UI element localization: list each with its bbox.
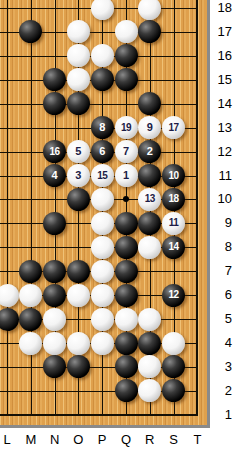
move-number: 14 bbox=[169, 242, 179, 252]
stone-black[interactable] bbox=[43, 284, 66, 307]
stone-black[interactable] bbox=[67, 188, 90, 211]
move-number: 6 bbox=[99, 146, 105, 157]
row-label-11: 11 bbox=[210, 168, 232, 184]
move-9-stone-white[interactable]: 9 bbox=[138, 116, 161, 139]
stone-black[interactable] bbox=[115, 212, 138, 235]
stone-black[interactable] bbox=[115, 44, 138, 67]
col-label-N: N bbox=[45, 432, 65, 448]
row-label-8: 8 bbox=[210, 239, 232, 255]
move-2-stone-black[interactable]: 2 bbox=[138, 140, 161, 163]
stone-white[interactable] bbox=[115, 20, 138, 43]
move-14-stone-black[interactable]: 14 bbox=[162, 236, 185, 259]
move-number: 10 bbox=[169, 171, 179, 181]
move-10-stone-black[interactable]: 10 bbox=[162, 164, 185, 187]
move-12-stone-black[interactable]: 12 bbox=[162, 284, 185, 307]
stone-black[interactable] bbox=[138, 92, 161, 115]
col-label-S: S bbox=[164, 432, 184, 448]
stone-black[interactable] bbox=[138, 20, 161, 43]
row-label-4: 4 bbox=[210, 335, 232, 351]
move-15-stone-white[interactable]: 15 bbox=[91, 164, 114, 187]
col-label-M: M bbox=[21, 432, 41, 448]
stone-black[interactable] bbox=[67, 355, 90, 378]
stone-white[interactable] bbox=[67, 44, 90, 67]
stone-white[interactable] bbox=[43, 308, 66, 331]
stone-white[interactable] bbox=[19, 284, 42, 307]
stone-white[interactable] bbox=[138, 236, 161, 259]
stone-black[interactable] bbox=[43, 260, 66, 283]
row-label-13: 13 bbox=[210, 120, 232, 136]
stone-black[interactable] bbox=[115, 284, 138, 307]
stone-black[interactable] bbox=[19, 308, 42, 331]
stone-black[interactable] bbox=[19, 260, 42, 283]
move-4-stone-black[interactable]: 4 bbox=[43, 164, 66, 187]
move-number: 5 bbox=[75, 146, 81, 157]
row-label-1: 1 bbox=[210, 407, 232, 423]
row-label-3: 3 bbox=[210, 359, 232, 375]
stone-black[interactable] bbox=[138, 212, 161, 235]
stone-black[interactable] bbox=[43, 68, 66, 91]
move-number: 8 bbox=[99, 122, 105, 133]
stone-white[interactable] bbox=[91, 236, 114, 259]
move-number: 17 bbox=[169, 123, 179, 133]
stone-black[interactable] bbox=[0, 308, 19, 331]
col-label-Q: Q bbox=[116, 432, 136, 448]
stone-black[interactable] bbox=[115, 68, 138, 91]
stone-white[interactable] bbox=[91, 212, 114, 235]
move-number: 1 bbox=[123, 170, 129, 181]
stone-white[interactable] bbox=[91, 332, 114, 355]
stone-black[interactable] bbox=[138, 164, 161, 187]
move-number: 3 bbox=[75, 170, 81, 181]
row-label-12: 12 bbox=[210, 144, 232, 160]
row-label-9: 9 bbox=[210, 215, 232, 231]
grid-line bbox=[0, 104, 198, 105]
stone-black[interactable] bbox=[138, 332, 161, 355]
move-number: 4 bbox=[52, 170, 58, 181]
stone-black[interactable] bbox=[115, 236, 138, 259]
row-label-2: 2 bbox=[210, 383, 232, 399]
stone-black[interactable] bbox=[67, 92, 90, 115]
go-diagram-window: 81991716567243151101318111412 1817161514… bbox=[0, 0, 236, 452]
stone-white[interactable] bbox=[19, 332, 42, 355]
stone-black[interactable] bbox=[162, 379, 185, 402]
move-8-stone-black[interactable]: 8 bbox=[91, 116, 114, 139]
move-number: 18 bbox=[169, 194, 179, 204]
col-label-T: T bbox=[187, 432, 207, 448]
stone-white[interactable] bbox=[67, 284, 90, 307]
stone-black[interactable] bbox=[67, 260, 90, 283]
row-label-10: 10 bbox=[210, 191, 232, 207]
move-number: 13 bbox=[145, 194, 155, 204]
stone-white[interactable] bbox=[0, 284, 19, 307]
move-number: 9 bbox=[147, 122, 153, 133]
col-label-P: P bbox=[92, 432, 112, 448]
go-board[interactable]: 81991716567243151101318111412 bbox=[0, 0, 210, 428]
grid-line bbox=[196, 0, 198, 416]
row-label-5: 5 bbox=[210, 311, 232, 327]
move-7-stone-white[interactable]: 7 bbox=[115, 140, 138, 163]
stone-white[interactable] bbox=[91, 284, 114, 307]
row-label-14: 14 bbox=[210, 96, 232, 112]
grid-line bbox=[7, 0, 8, 416]
move-16-stone-black[interactable]: 16 bbox=[43, 140, 66, 163]
col-label-O: O bbox=[68, 432, 88, 448]
stone-white[interactable] bbox=[138, 355, 161, 378]
row-label-18: 18 bbox=[210, 0, 232, 16]
stone-white[interactable] bbox=[138, 379, 161, 402]
move-number: 15 bbox=[97, 171, 107, 181]
move-5-stone-white[interactable]: 5 bbox=[67, 140, 90, 163]
move-6-stone-black[interactable]: 6 bbox=[91, 140, 114, 163]
stone-white[interactable] bbox=[43, 332, 66, 355]
move-1-stone-white[interactable]: 1 bbox=[115, 164, 138, 187]
move-11-stone-white[interactable]: 11 bbox=[162, 212, 185, 235]
row-label-7: 7 bbox=[210, 263, 232, 279]
row-label-16: 16 bbox=[210, 48, 232, 64]
move-number: 19 bbox=[121, 123, 131, 133]
row-label-15: 15 bbox=[210, 72, 232, 88]
stone-white[interactable] bbox=[138, 308, 161, 331]
stone-white[interactable] bbox=[91, 260, 114, 283]
move-17-stone-white[interactable]: 17 bbox=[162, 116, 185, 139]
move-19-stone-white[interactable]: 19 bbox=[115, 116, 138, 139]
stone-white[interactable] bbox=[67, 20, 90, 43]
stone-white[interactable] bbox=[138, 0, 161, 20]
row-label-17: 17 bbox=[210, 24, 232, 40]
star-point bbox=[123, 196, 129, 202]
move-18-stone-black[interactable]: 18 bbox=[162, 188, 185, 211]
stone-white[interactable] bbox=[162, 332, 185, 355]
stone-black[interactable] bbox=[19, 20, 42, 43]
move-number: 12 bbox=[169, 290, 179, 300]
move-number: 7 bbox=[123, 146, 129, 157]
move-13-stone-white[interactable]: 13 bbox=[138, 188, 161, 211]
move-3-stone-white[interactable]: 3 bbox=[67, 164, 90, 187]
stone-white[interactable] bbox=[91, 188, 114, 211]
stone-black[interactable] bbox=[115, 332, 138, 355]
stone-white[interactable] bbox=[67, 68, 90, 91]
stone-white[interactable] bbox=[91, 44, 114, 67]
stone-black[interactable] bbox=[162, 355, 185, 378]
stone-black[interactable] bbox=[115, 260, 138, 283]
stone-white[interactable] bbox=[67, 332, 90, 355]
stone-black[interactable] bbox=[43, 355, 66, 378]
col-label-L: L bbox=[0, 432, 17, 448]
stone-white[interactable] bbox=[91, 0, 114, 20]
move-number: 11 bbox=[169, 218, 179, 228]
row-label-6: 6 bbox=[210, 287, 232, 303]
stone-black[interactable] bbox=[91, 68, 114, 91]
grid-line bbox=[0, 414, 198, 416]
stone-black[interactable] bbox=[43, 212, 66, 235]
stone-black[interactable] bbox=[43, 92, 66, 115]
stone-black[interactable] bbox=[115, 379, 138, 402]
move-number: 16 bbox=[50, 147, 60, 157]
col-label-R: R bbox=[140, 432, 160, 448]
move-number: 2 bbox=[147, 146, 153, 157]
stone-white[interactable] bbox=[115, 308, 138, 331]
stone-black[interactable] bbox=[115, 355, 138, 378]
stone-white[interactable] bbox=[91, 308, 114, 331]
